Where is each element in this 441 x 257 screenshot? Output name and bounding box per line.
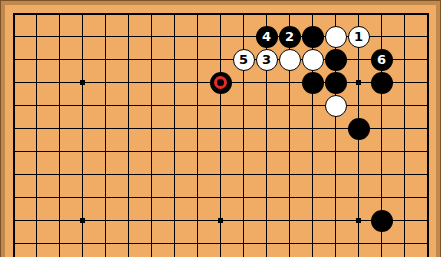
red-circle-marker [214, 76, 227, 89]
stone-black-17-10 [371, 210, 393, 232]
grid-horizontal-line [13, 59, 429, 60]
go-board: 421536 [0, 0, 441, 257]
stone-white-15-2 [325, 26, 347, 48]
stone-label: 4 [262, 30, 271, 43]
star-point [356, 218, 361, 223]
stone-label: 5 [239, 53, 248, 66]
stone-black-12-2: 4 [256, 26, 278, 48]
stone-black-16-6 [348, 118, 370, 140]
stone-black-17-4 [371, 72, 393, 94]
stone-black-17-3: 6 [371, 49, 393, 71]
stone-black-14-2 [302, 26, 324, 48]
grid-horizontal-line [13, 243, 429, 244]
star-point [80, 80, 85, 85]
grid-horizontal-line [13, 151, 429, 152]
star-point [80, 218, 85, 223]
stone-label: 6 [377, 53, 386, 66]
star-point [356, 80, 361, 85]
stone-label: 1 [354, 30, 363, 43]
stone-label: 3 [262, 53, 271, 66]
stone-white-16-2: 1 [348, 26, 370, 48]
stone-white-12-3: 3 [256, 49, 278, 71]
stone-black-15-4 [325, 72, 347, 94]
stone-white-15-5 [325, 95, 347, 117]
stone-black-13-2: 2 [279, 26, 301, 48]
stone-black-15-3 [325, 49, 347, 71]
grid-horizontal-line [13, 197, 429, 198]
grid-horizontal-line [13, 105, 429, 106]
grid-horizontal-line [13, 174, 429, 175]
stone-label: 2 [285, 30, 294, 43]
grid-horizontal-line [13, 13, 429, 15]
stone-black-10-4 [210, 72, 232, 94]
stone-white-11-3: 5 [233, 49, 255, 71]
stone-black-14-4 [302, 72, 324, 94]
star-point [218, 218, 223, 223]
stone-white-14-3 [302, 49, 324, 71]
stone-white-13-3 [279, 49, 301, 71]
